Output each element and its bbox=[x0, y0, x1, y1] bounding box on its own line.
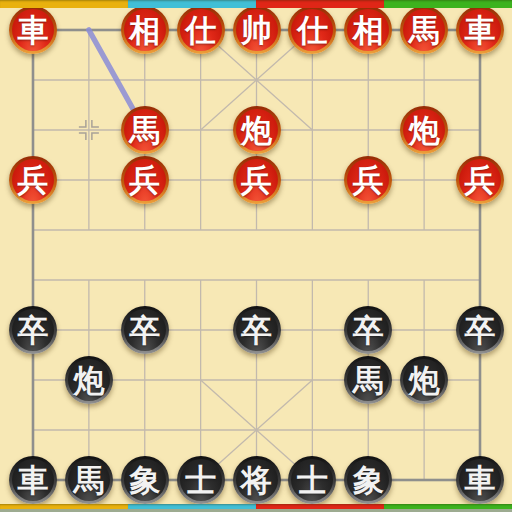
piece-black-elephant[interactable]: 象 bbox=[121, 456, 169, 504]
piece-glyph: 相 bbox=[129, 15, 160, 46]
piece-face: 兵 bbox=[12, 159, 54, 201]
piece-glyph: 兵 bbox=[241, 165, 272, 196]
piece-face: 炮 bbox=[68, 359, 110, 401]
piece-glyph: 兵 bbox=[353, 165, 384, 196]
piece-glyph: 炮 bbox=[73, 365, 104, 396]
piece-glyph: 仕 bbox=[297, 15, 328, 46]
piece-glyph: 車 bbox=[465, 465, 496, 496]
piece-red-cannon[interactable]: 炮 bbox=[400, 106, 448, 154]
piece-face: 兵 bbox=[236, 159, 278, 201]
piece-black-chariot[interactable]: 車 bbox=[9, 456, 57, 504]
piece-face: 馬 bbox=[347, 359, 389, 401]
piece-face: 象 bbox=[124, 459, 166, 501]
piece-red-soldier[interactable]: 兵 bbox=[9, 156, 57, 204]
piece-black-cannon[interactable]: 炮 bbox=[65, 356, 113, 404]
piece-red-elephant[interactable]: 相 bbox=[344, 6, 392, 54]
piece-face: 車 bbox=[12, 9, 54, 51]
piece-face: 車 bbox=[459, 459, 501, 501]
piece-face: 将 bbox=[236, 459, 278, 501]
piece-glyph: 仕 bbox=[185, 15, 216, 46]
piece-face: 車 bbox=[12, 459, 54, 501]
piece-face: 炮 bbox=[403, 359, 445, 401]
piece-glyph: 卒 bbox=[241, 315, 272, 346]
piece-black-cannon[interactable]: 炮 bbox=[400, 356, 448, 404]
piece-face: 馬 bbox=[68, 459, 110, 501]
piece-face: 仕 bbox=[180, 9, 222, 51]
piece-black-advisor[interactable]: 士 bbox=[177, 456, 225, 504]
piece-glyph: 卒 bbox=[129, 315, 160, 346]
color-bar-segment bbox=[0, 0, 128, 8]
color-bar-segment bbox=[384, 0, 512, 8]
piece-glyph: 馬 bbox=[409, 15, 440, 46]
piece-glyph: 士 bbox=[185, 465, 216, 496]
piece-red-chariot[interactable]: 車 bbox=[456, 6, 504, 54]
piece-glyph: 炮 bbox=[409, 115, 440, 146]
piece-face: 士 bbox=[291, 459, 333, 501]
piece-face: 炮 bbox=[236, 109, 278, 151]
xiangqi-board[interactable]: 車相仕帅仕相馬車馬炮炮兵兵兵兵兵卒卒卒卒卒炮馬炮車馬象士将士象車 bbox=[0, 0, 512, 512]
piece-glyph: 車 bbox=[18, 465, 49, 496]
piece-face: 兵 bbox=[124, 159, 166, 201]
piece-face: 馬 bbox=[403, 9, 445, 51]
piece-glyph: 車 bbox=[465, 15, 496, 46]
piece-glyph: 相 bbox=[353, 15, 384, 46]
piece-red-soldier[interactable]: 兵 bbox=[344, 156, 392, 204]
piece-glyph: 将 bbox=[241, 465, 272, 496]
piece-face: 象 bbox=[347, 459, 389, 501]
piece-glyph: 車 bbox=[18, 15, 49, 46]
piece-face: 炮 bbox=[403, 109, 445, 151]
piece-glyph: 馬 bbox=[353, 365, 384, 396]
piece-glyph: 炮 bbox=[409, 365, 440, 396]
piece-red-soldier[interactable]: 兵 bbox=[121, 156, 169, 204]
piece-glyph: 卒 bbox=[18, 315, 49, 346]
piece-black-horse[interactable]: 馬 bbox=[65, 456, 113, 504]
piece-black-elephant[interactable]: 象 bbox=[344, 456, 392, 504]
piece-red-general[interactable]: 帅 bbox=[233, 6, 281, 54]
piece-glyph: 象 bbox=[353, 465, 384, 496]
piece-face: 兵 bbox=[459, 159, 501, 201]
piece-black-soldier[interactable]: 卒 bbox=[121, 306, 169, 354]
piece-black-soldier[interactable]: 卒 bbox=[233, 306, 281, 354]
piece-black-soldier[interactable]: 卒 bbox=[456, 306, 504, 354]
piece-glyph: 兵 bbox=[129, 165, 160, 196]
piece-red-cannon[interactable]: 炮 bbox=[233, 106, 281, 154]
piece-red-horse[interactable]: 馬 bbox=[400, 6, 448, 54]
piece-face: 仕 bbox=[291, 9, 333, 51]
piece-face: 卒 bbox=[124, 309, 166, 351]
piece-face: 士 bbox=[180, 459, 222, 501]
piece-face: 卒 bbox=[459, 309, 501, 351]
piece-face: 兵 bbox=[347, 159, 389, 201]
piece-glyph: 兵 bbox=[465, 165, 496, 196]
piece-red-chariot[interactable]: 車 bbox=[9, 6, 57, 54]
piece-face: 帅 bbox=[236, 9, 278, 51]
color-bar-segment bbox=[128, 0, 256, 8]
piece-black-soldier[interactable]: 卒 bbox=[9, 306, 57, 354]
piece-glyph: 卒 bbox=[465, 315, 496, 346]
piece-black-general[interactable]: 将 bbox=[233, 456, 281, 504]
piece-red-soldier[interactable]: 兵 bbox=[456, 156, 504, 204]
piece-glyph: 馬 bbox=[73, 465, 104, 496]
piece-glyph: 象 bbox=[129, 465, 160, 496]
piece-red-soldier[interactable]: 兵 bbox=[233, 156, 281, 204]
piece-glyph: 帅 bbox=[241, 15, 272, 46]
piece-glyph: 炮 bbox=[241, 115, 272, 146]
piece-red-horse[interactable]: 馬 bbox=[121, 106, 169, 154]
piece-black-chariot[interactable]: 車 bbox=[456, 456, 504, 504]
piece-face: 相 bbox=[347, 9, 389, 51]
piece-black-horse[interactable]: 馬 bbox=[344, 356, 392, 404]
piece-red-elephant[interactable]: 相 bbox=[121, 6, 169, 54]
piece-glyph: 士 bbox=[297, 465, 328, 496]
piece-face: 相 bbox=[124, 9, 166, 51]
piece-glyph: 兵 bbox=[18, 165, 49, 196]
last-move-overlay bbox=[0, 0, 512, 512]
piece-black-soldier[interactable]: 卒 bbox=[344, 306, 392, 354]
piece-face: 車 bbox=[459, 9, 501, 51]
piece-face: 卒 bbox=[12, 309, 54, 351]
top-color-bar bbox=[0, 0, 512, 8]
piece-glyph: 馬 bbox=[129, 115, 160, 146]
piece-glyph: 卒 bbox=[353, 315, 384, 346]
piece-red-advisor[interactable]: 仕 bbox=[177, 6, 225, 54]
color-bar-segment bbox=[256, 0, 384, 8]
piece-face: 馬 bbox=[124, 109, 166, 151]
piece-face: 卒 bbox=[236, 309, 278, 351]
piece-face: 卒 bbox=[347, 309, 389, 351]
